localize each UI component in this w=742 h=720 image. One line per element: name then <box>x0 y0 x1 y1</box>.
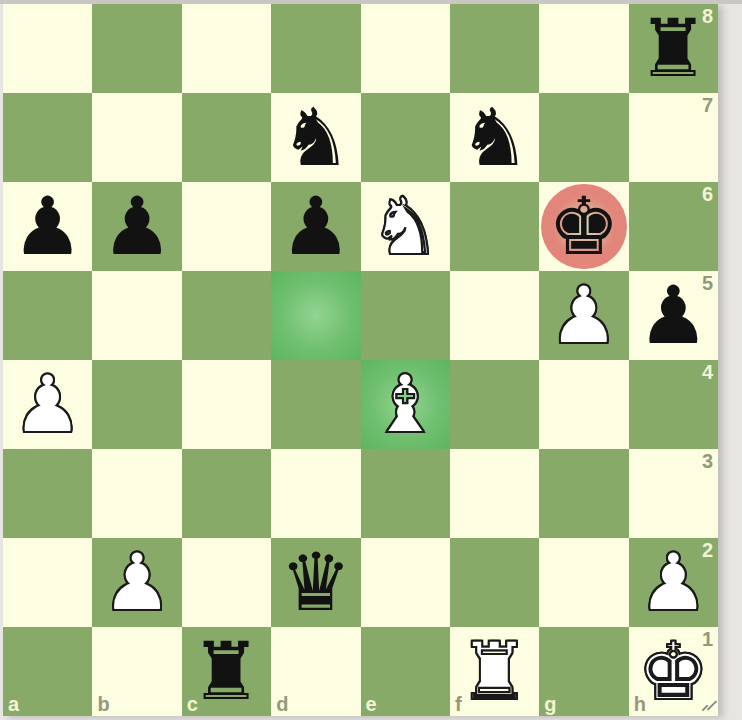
square-f2[interactable] <box>450 538 539 627</box>
square-a5[interactable] <box>3 271 92 360</box>
square-h4[interactable]: 4 <box>629 360 718 449</box>
rank-label-1: 1 <box>702 629 713 649</box>
square-b2[interactable]: ♟ <box>92 538 181 627</box>
square-c4[interactable] <box>182 360 271 449</box>
square-d7[interactable]: ♞ <box>271 93 360 182</box>
square-f3[interactable] <box>450 449 539 538</box>
square-d5[interactable] <box>271 271 360 360</box>
square-f4[interactable] <box>450 360 539 449</box>
white-pawn[interactable]: ♟ <box>3 360 92 449</box>
white-knight[interactable]: ♞ <box>361 182 450 271</box>
square-e3[interactable] <box>361 449 450 538</box>
square-e7[interactable] <box>361 93 450 182</box>
square-g7[interactable] <box>539 93 628 182</box>
square-a3[interactable] <box>3 449 92 538</box>
top-border <box>0 0 742 4</box>
square-f5[interactable] <box>450 271 539 360</box>
rank-label-8: 8 <box>702 6 713 26</box>
rank-label-4: 4 <box>702 362 713 382</box>
square-c5[interactable] <box>182 271 271 360</box>
file-label-d: d <box>276 694 288 714</box>
square-d8[interactable] <box>271 4 360 93</box>
black-king[interactable]: ♚ <box>539 182 628 271</box>
board-resize-handle[interactable] <box>697 695 717 715</box>
square-b3[interactable] <box>92 449 181 538</box>
square-b8[interactable] <box>92 4 181 93</box>
rank-label-5: 5 <box>702 273 713 293</box>
square-e4[interactable]: ♝ <box>361 360 450 449</box>
square-b6[interactable]: ♟ <box>92 182 181 271</box>
square-c3[interactable] <box>182 449 271 538</box>
square-g3[interactable] <box>539 449 628 538</box>
square-d2[interactable]: ♛ <box>271 538 360 627</box>
square-b5[interactable] <box>92 271 181 360</box>
square-e6[interactable]: ♞ <box>361 182 450 271</box>
file-label-g: g <box>544 694 556 714</box>
black-pawn[interactable]: ♟ <box>92 182 181 271</box>
square-b7[interactable] <box>92 93 181 182</box>
square-a4[interactable]: ♟ <box>3 360 92 449</box>
chess-board[interactable]: 8♜♞♞7♟♟♟♞♚6♟5♟♟♝43♟♛2♟abc♜def♜g1h♚ <box>3 4 718 716</box>
square-a2[interactable] <box>3 538 92 627</box>
rank-label-3: 3 <box>702 451 713 471</box>
square-f7[interactable]: ♞ <box>450 93 539 182</box>
square-d6[interactable]: ♟ <box>271 182 360 271</box>
square-e8[interactable] <box>361 4 450 93</box>
square-b1[interactable]: b <box>92 627 181 716</box>
square-e1[interactable]: e <box>361 627 450 716</box>
file-label-e: e <box>366 694 377 714</box>
black-queen[interactable]: ♛ <box>271 538 360 627</box>
file-label-h: h <box>634 694 646 714</box>
file-label-a: a <box>8 694 19 714</box>
square-d3[interactable] <box>271 449 360 538</box>
white-pawn[interactable]: ♟ <box>92 538 181 627</box>
rank-label-2: 2 <box>702 540 713 560</box>
square-d1[interactable]: d <box>271 627 360 716</box>
square-h5[interactable]: 5♟ <box>629 271 718 360</box>
square-g2[interactable] <box>539 538 628 627</box>
square-d4[interactable] <box>271 360 360 449</box>
square-g8[interactable] <box>539 4 628 93</box>
square-h7[interactable]: 7 <box>629 93 718 182</box>
square-h6[interactable]: 6 <box>629 182 718 271</box>
square-g5[interactable]: ♟ <box>539 271 628 360</box>
square-g6[interactable]: ♚ <box>539 182 628 271</box>
file-label-c: c <box>187 694 198 714</box>
square-e5[interactable] <box>361 271 450 360</box>
white-bishop[interactable]: ♝ <box>361 360 450 449</box>
square-e2[interactable] <box>361 538 450 627</box>
file-label-b: b <box>97 694 109 714</box>
square-b4[interactable] <box>92 360 181 449</box>
square-c7[interactable] <box>182 93 271 182</box>
square-c2[interactable] <box>182 538 271 627</box>
square-g4[interactable] <box>539 360 628 449</box>
file-label-f: f <box>455 694 462 714</box>
square-f6[interactable] <box>450 182 539 271</box>
white-pawn[interactable]: ♟ <box>539 271 628 360</box>
square-a1[interactable]: a <box>3 627 92 716</box>
black-pawn[interactable]: ♟ <box>271 182 360 271</box>
square-a6[interactable]: ♟ <box>3 182 92 271</box>
square-c1[interactable]: c♜ <box>182 627 271 716</box>
square-h2[interactable]: 2♟ <box>629 538 718 627</box>
square-h8[interactable]: 8♜ <box>629 4 718 93</box>
square-f1[interactable]: f♜ <box>450 627 539 716</box>
square-h1[interactable]: 1h♚ <box>629 627 718 716</box>
square-f8[interactable] <box>450 4 539 93</box>
square-g1[interactable]: g <box>539 627 628 716</box>
square-a7[interactable] <box>3 93 92 182</box>
black-knight[interactable]: ♞ <box>450 93 539 182</box>
square-a8[interactable] <box>3 4 92 93</box>
black-knight[interactable]: ♞ <box>271 93 360 182</box>
square-c8[interactable] <box>182 4 271 93</box>
square-c6[interactable] <box>182 182 271 271</box>
black-pawn[interactable]: ♟ <box>3 182 92 271</box>
white-rook[interactable]: ♜ <box>450 627 539 716</box>
rank-label-6: 6 <box>702 184 713 204</box>
square-h3[interactable]: 3 <box>629 449 718 538</box>
rank-label-7: 7 <box>702 95 713 115</box>
